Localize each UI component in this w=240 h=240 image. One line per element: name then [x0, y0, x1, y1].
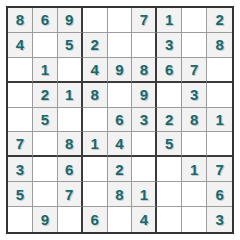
sudoku-cell-r9c8[interactable]: [182, 207, 207, 232]
sudoku-cell-r6c8[interactable]: [182, 132, 207, 157]
sudoku-cell-r3c3[interactable]: [58, 58, 83, 83]
sudoku-cell-r5c1[interactable]: [8, 108, 33, 133]
sudoku-cell-r4c1[interactable]: [8, 83, 33, 108]
sudoku-cell-r7c1[interactable]: 3: [8, 157, 33, 182]
sudoku-cell-r1c4[interactable]: [83, 8, 108, 33]
sudoku-cell-r2c1[interactable]: 4: [8, 33, 33, 58]
sudoku-page: 8697124523814986721893563281781453621757…: [0, 0, 240, 240]
sudoku-cell-r9c2[interactable]: 9: [33, 207, 58, 232]
sudoku-cell-r9c4[interactable]: 6: [83, 207, 108, 232]
sudoku-cell-r8c8[interactable]: [182, 182, 207, 207]
sudoku-cell-r5c3[interactable]: [58, 108, 83, 133]
sudoku-cell-r1c3[interactable]: 9: [58, 8, 83, 33]
sudoku-cell-r3c7[interactable]: 6: [157, 58, 182, 83]
sudoku-cell-r3c2[interactable]: 1: [33, 58, 58, 83]
sudoku-cell-r4c7[interactable]: [157, 83, 182, 108]
sudoku-cell-r9c9[interactable]: 3: [207, 207, 232, 232]
sudoku-cell-r1c2[interactable]: 6: [33, 8, 58, 33]
sudoku-cell-r6c7[interactable]: 5: [157, 132, 182, 157]
sudoku-cell-r3c8[interactable]: 7: [182, 58, 207, 83]
sudoku-cell-r5c6[interactable]: 3: [132, 108, 157, 133]
sudoku-board: 8697124523814986721893563281781453621757…: [6, 6, 234, 234]
sudoku-cell-r1c7[interactable]: 1: [157, 8, 182, 33]
sudoku-cell-r1c8[interactable]: [182, 8, 207, 33]
sudoku-cell-r8c2[interactable]: [33, 182, 58, 207]
sudoku-cell-r8c3[interactable]: 7: [58, 182, 83, 207]
sudoku-cell-r4c6[interactable]: 9: [132, 83, 157, 108]
sudoku-cell-r9c7[interactable]: [157, 207, 182, 232]
sudoku-cell-r8c1[interactable]: 5: [8, 182, 33, 207]
sudoku-cell-r2c9[interactable]: 8: [207, 33, 232, 58]
sudoku-cell-r7c3[interactable]: 6: [58, 157, 83, 182]
sudoku-cell-r5c4[interactable]: [83, 108, 108, 133]
sudoku-cell-r6c1[interactable]: 7: [8, 132, 33, 157]
sudoku-cell-r2c3[interactable]: 5: [58, 33, 83, 58]
sudoku-cell-r7c4[interactable]: [83, 157, 108, 182]
sudoku-cell-r3c4[interactable]: 4: [83, 58, 108, 83]
sudoku-cell-r7c6[interactable]: [132, 157, 157, 182]
sudoku-cell-r5c5[interactable]: 6: [108, 108, 133, 133]
sudoku-cell-r1c5[interactable]: [108, 8, 133, 33]
sudoku-cell-r3c5[interactable]: 9: [108, 58, 133, 83]
sudoku-cell-r4c8[interactable]: 3: [182, 83, 207, 108]
sudoku-cell-r3c1[interactable]: [8, 58, 33, 83]
sudoku-cell-r6c5[interactable]: 4: [108, 132, 133, 157]
sudoku-cell-r2c8[interactable]: [182, 33, 207, 58]
sudoku-cell-r7c5[interactable]: 2: [108, 157, 133, 182]
sudoku-cell-r2c7[interactable]: 3: [157, 33, 182, 58]
sudoku-cell-r5c9[interactable]: 1: [207, 108, 232, 133]
sudoku-cell-r1c9[interactable]: 2: [207, 8, 232, 33]
sudoku-cell-r7c9[interactable]: 7: [207, 157, 232, 182]
sudoku-cell-r5c8[interactable]: 8: [182, 108, 207, 133]
sudoku-cell-r8c5[interactable]: 8: [108, 182, 133, 207]
sudoku-cell-r4c4[interactable]: 8: [83, 83, 108, 108]
sudoku-cell-r4c9[interactable]: [207, 83, 232, 108]
sudoku-cell-r5c2[interactable]: 5: [33, 108, 58, 133]
sudoku-cell-r6c2[interactable]: [33, 132, 58, 157]
sudoku-cell-r6c6[interactable]: [132, 132, 157, 157]
sudoku-cell-r8c9[interactable]: 6: [207, 182, 232, 207]
sudoku-cell-r1c6[interactable]: 7: [132, 8, 157, 33]
sudoku-cell-r6c9[interactable]: [207, 132, 232, 157]
sudoku-cell-r9c6[interactable]: 4: [132, 207, 157, 232]
sudoku-cell-r9c1[interactable]: [8, 207, 33, 232]
sudoku-cell-r7c2[interactable]: [33, 157, 58, 182]
sudoku-cell-r4c5[interactable]: [108, 83, 133, 108]
sudoku-cell-r4c2[interactable]: 2: [33, 83, 58, 108]
sudoku-cell-r7c7[interactable]: [157, 157, 182, 182]
sudoku-cell-r6c3[interactable]: 8: [58, 132, 83, 157]
sudoku-cell-r6c4[interactable]: 1: [83, 132, 108, 157]
sudoku-cell-r9c5[interactable]: [108, 207, 133, 232]
sudoku-cell-r5c7[interactable]: 2: [157, 108, 182, 133]
sudoku-cell-r4c3[interactable]: 1: [58, 83, 83, 108]
sudoku-cell-r8c4[interactable]: [83, 182, 108, 207]
sudoku-cell-r7c8[interactable]: 1: [182, 157, 207, 182]
sudoku-cell-r2c6[interactable]: [132, 33, 157, 58]
sudoku-cell-r2c5[interactable]: [108, 33, 133, 58]
sudoku-cell-r1c1[interactable]: 8: [8, 8, 33, 33]
sudoku-cell-r8c7[interactable]: [157, 182, 182, 207]
sudoku-cell-r8c6[interactable]: 1: [132, 182, 157, 207]
sudoku-cell-r3c9[interactable]: [207, 58, 232, 83]
sudoku-cell-r3c6[interactable]: 8: [132, 58, 157, 83]
sudoku-cell-r2c4[interactable]: 2: [83, 33, 108, 58]
sudoku-cell-r2c2[interactable]: [33, 33, 58, 58]
sudoku-cell-r9c3[interactable]: [58, 207, 83, 232]
